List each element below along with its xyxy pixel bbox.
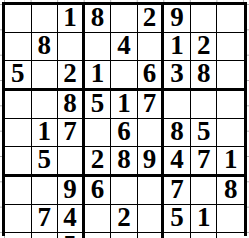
given-digit: 7 — [170, 176, 184, 203]
cell-r2c6[interactable] — [138, 33, 165, 61]
cell-r5c7[interactable]: 8 — [164, 119, 191, 147]
cell-r4c8[interactable] — [191, 91, 218, 119]
cell-r4c7[interactable] — [164, 91, 191, 119]
given-digit: 1 — [117, 90, 131, 117]
cell-r6c7[interactable]: 4 — [164, 147, 191, 177]
cell-r7c5[interactable] — [111, 177, 138, 205]
cell-r2c9[interactable] — [217, 33, 244, 61]
cell-r4c4[interactable]: 5 — [85, 91, 112, 119]
cell-r2c7[interactable]: 1 — [164, 33, 191, 61]
cell-r6c5[interactable]: 8 — [111, 147, 138, 177]
cell-r9c2[interactable] — [32, 233, 59, 238]
given-digit: 8 — [91, 4, 105, 31]
cell-r3c1[interactable]: 5 — [5, 61, 32, 91]
cell-r3c8[interactable]: 8 — [191, 61, 218, 91]
cell-r8c4[interactable] — [85, 205, 112, 233]
given-digit: 7 — [143, 90, 157, 117]
cell-r5c9[interactable] — [217, 119, 244, 147]
cell-r4c2[interactable] — [32, 91, 59, 119]
given-digit: 9 — [143, 146, 157, 173]
given-digit: 7 — [63, 118, 77, 145]
cell-r9c1[interactable] — [5, 233, 32, 238]
given-digit: 1 — [38, 118, 52, 145]
cell-r5c6[interactable] — [138, 119, 165, 147]
cell-r8c1[interactable] — [5, 205, 32, 233]
given-digit: 2 — [197, 32, 211, 59]
cell-r4c6[interactable]: 7 — [138, 91, 165, 119]
cell-r1c5[interactable] — [111, 5, 138, 33]
given-digit: 6 — [143, 60, 157, 87]
cell-r6c9[interactable]: 1 — [217, 147, 244, 177]
given-digit: 2 — [63, 60, 77, 87]
given-digit: 1 — [224, 146, 238, 173]
cell-r3c4[interactable]: 1 — [85, 61, 112, 91]
cell-r5c8[interactable]: 5 — [191, 119, 218, 147]
given-digit: 4 — [170, 146, 184, 173]
cell-r4c5[interactable]: 1 — [111, 91, 138, 119]
given-digit: 5 — [170, 204, 184, 231]
given-digit: 4 — [63, 204, 77, 231]
cell-r6c2[interactable]: 5 — [32, 147, 59, 177]
given-digit: 5 — [197, 118, 211, 145]
sudoku-board: 1829841252163885171768552894719678742515 — [2, 2, 247, 236]
given-digit: 5 — [38, 146, 52, 173]
given-digit: 1 — [63, 4, 77, 31]
cell-r9c9[interactable] — [217, 233, 244, 238]
cell-r7c1[interactable] — [5, 177, 32, 205]
cell-r1c1[interactable] — [5, 5, 32, 33]
given-digit: 8 — [197, 60, 211, 87]
given-digit: 3 — [170, 60, 184, 87]
given-digit: 6 — [117, 118, 131, 145]
cell-r5c4[interactable] — [85, 119, 112, 147]
sudoku-screen: 1829841252163885171768552894719678742515 — [0, 0, 249, 238]
cell-r3c2[interactable] — [32, 61, 59, 91]
cell-r8c8[interactable]: 1 — [191, 205, 218, 233]
given-digit: 8 — [117, 146, 131, 173]
cell-r7c6[interactable] — [138, 177, 165, 205]
cell-r7c4[interactable]: 6 — [85, 177, 112, 205]
cell-r3c3[interactable]: 2 — [58, 61, 85, 91]
cell-r2c2[interactable]: 8 — [32, 33, 59, 61]
cell-r5c2[interactable]: 1 — [32, 119, 59, 147]
cell-r2c4[interactable] — [85, 33, 112, 61]
given-digit: 8 — [63, 90, 77, 117]
cell-r7c7[interactable]: 7 — [164, 177, 191, 205]
given-digit: 5 — [91, 90, 105, 117]
cell-r1c4[interactable]: 8 — [85, 5, 112, 33]
cell-r1c8[interactable] — [191, 5, 218, 33]
cell-r4c1[interactable] — [5, 91, 32, 119]
cell-r1c9[interactable] — [217, 5, 244, 33]
given-digit: 8 — [170, 118, 184, 145]
cell-r9c4[interactable] — [85, 233, 112, 238]
cell-r5c1[interactable] — [5, 119, 32, 147]
cell-r4c9[interactable] — [217, 91, 244, 119]
cell-r3c9[interactable] — [217, 61, 244, 91]
given-digit: 5 — [11, 60, 25, 87]
cell-r2c8[interactable]: 2 — [191, 33, 218, 61]
given-digit: 6 — [91, 176, 105, 203]
given-digit: 8 — [38, 32, 52, 59]
cell-r7c3[interactable]: 9 — [58, 177, 85, 205]
cell-r9c7[interactable] — [164, 233, 191, 238]
cell-r2c5[interactable]: 4 — [111, 33, 138, 61]
cell-r6c8[interactable]: 7 — [191, 147, 218, 177]
given-digit: 2 — [91, 146, 105, 173]
given-digit: 4 — [117, 32, 131, 59]
cell-r8c9[interactable] — [217, 205, 244, 233]
cell-r9c5[interactable] — [111, 233, 138, 238]
given-digit: 5 — [63, 232, 77, 238]
cell-r9c8[interactable] — [191, 233, 218, 238]
cell-r8c2[interactable]: 7 — [32, 205, 59, 233]
cell-r1c2[interactable] — [32, 5, 59, 33]
given-digit: 7 — [38, 204, 52, 231]
cell-r9c6[interactable] — [138, 233, 165, 238]
cell-r7c2[interactable] — [32, 177, 59, 205]
cell-r4c3[interactable]: 8 — [58, 91, 85, 119]
cell-r6c4[interactable]: 2 — [85, 147, 112, 177]
cell-r5c3[interactable]: 7 — [58, 119, 85, 147]
cell-r6c6[interactable]: 9 — [138, 147, 165, 177]
given-digit: 9 — [63, 176, 77, 203]
cell-r6c3[interactable] — [58, 147, 85, 177]
cell-r5c5[interactable]: 6 — [111, 119, 138, 147]
cell-r2c1[interactable] — [5, 33, 32, 61]
given-digit: 9 — [170, 4, 184, 31]
given-digit: 1 — [91, 60, 105, 87]
cell-r3c7[interactable]: 3 — [164, 61, 191, 91]
cell-r1c3[interactable]: 1 — [58, 5, 85, 33]
cell-r2c3[interactable] — [58, 33, 85, 61]
cell-r7c8[interactable] — [191, 177, 218, 205]
cell-r8c6[interactable] — [138, 205, 165, 233]
cell-r8c7[interactable]: 5 — [164, 205, 191, 233]
given-digit: 1 — [170, 32, 184, 59]
cell-r3c6[interactable]: 6 — [138, 61, 165, 91]
cell-r6c1[interactable] — [5, 147, 32, 177]
cell-r8c3[interactable]: 4 — [58, 205, 85, 233]
cell-r3c5[interactable] — [111, 61, 138, 91]
given-digit: 8 — [224, 176, 238, 203]
given-digit: 1 — [197, 204, 211, 231]
cell-r1c6[interactable]: 2 — [138, 5, 165, 33]
cell-r1c7[interactable]: 9 — [164, 5, 191, 33]
given-digit: 2 — [143, 4, 157, 31]
cell-r7c9[interactable]: 8 — [217, 177, 244, 205]
given-digit: 2 — [117, 204, 131, 231]
cell-r8c5[interactable]: 2 — [111, 205, 138, 233]
cell-r9c3[interactable]: 5 — [58, 233, 85, 238]
given-digit: 7 — [197, 146, 211, 173]
